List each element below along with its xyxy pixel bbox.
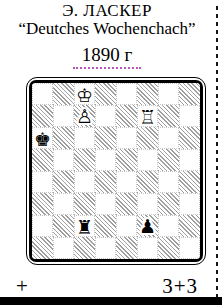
square-g8[interactable] (158, 83, 179, 105)
black-pawn-piece[interactable]: ♟ (137, 215, 158, 237)
square-g3[interactable] (158, 193, 179, 215)
square-e1[interactable] (116, 237, 137, 259)
square-a7[interactable] (32, 105, 53, 127)
square-d4[interactable] (95, 171, 116, 193)
square-g2[interactable] (158, 215, 179, 237)
square-b7[interactable] (53, 105, 74, 127)
square-a3[interactable] (32, 193, 53, 215)
square-a4[interactable] (32, 171, 53, 193)
square-d5[interactable] (95, 149, 116, 171)
square-c6[interactable] (74, 127, 95, 149)
square-b2[interactable] (53, 215, 74, 237)
square-a1[interactable] (32, 237, 53, 259)
square-d3[interactable] (95, 193, 116, 215)
black-king-piece[interactable]: ♚ (33, 128, 52, 148)
square-b8[interactable] (53, 83, 74, 105)
square-f1[interactable] (137, 237, 158, 259)
square-d2[interactable] (95, 215, 116, 237)
square-c5[interactable] (74, 149, 95, 171)
publication-source: “Deutches Wochenchach” (0, 19, 214, 39)
square-c1[interactable] (74, 237, 95, 259)
square-f3[interactable] (137, 193, 158, 215)
chess-board-border: ♔♙♖♚♜♟ (29, 80, 203, 262)
square-b1[interactable] (53, 237, 74, 259)
square-g7[interactable] (158, 105, 179, 127)
material-count: 3+3 (162, 274, 198, 299)
square-f2[interactable]: ♟ (137, 215, 158, 237)
square-f6[interactable] (137, 127, 158, 149)
publication-year-line: 1890 г (0, 44, 214, 69)
white-rook-piece[interactable]: ♖ (138, 106, 157, 126)
square-d7[interactable] (95, 105, 116, 127)
square-h8[interactable] (179, 83, 200, 105)
page-cut-dashed-line (216, 6, 218, 298)
square-g1[interactable] (158, 237, 179, 259)
square-e4[interactable] (116, 171, 137, 193)
square-f7[interactable]: ♖ (137, 105, 158, 127)
square-h1[interactable] (179, 237, 200, 259)
square-e5[interactable] (116, 149, 137, 171)
square-c4[interactable] (74, 171, 95, 193)
square-e8[interactable] (116, 83, 137, 105)
square-h2[interactable] (179, 215, 200, 237)
square-a6[interactable]: ♚ (32, 127, 53, 149)
square-c8[interactable]: ♔ (74, 83, 95, 105)
square-f4[interactable] (137, 171, 158, 193)
chess-diagram-page: Э. ЛАСКЕР “Deutches Wochenchach” 1890 г … (0, 0, 222, 305)
composer-name: Э. ЛАСКЕР (0, 1, 214, 21)
square-a8[interactable] (32, 83, 53, 105)
square-b4[interactable] (53, 171, 74, 193)
square-a2[interactable] (32, 215, 53, 237)
square-c7[interactable]: ♙ (74, 105, 95, 127)
square-h6[interactable] (179, 127, 200, 149)
square-a5[interactable] (32, 149, 53, 171)
square-h3[interactable] (179, 193, 200, 215)
square-f5[interactable] (137, 149, 158, 171)
square-b5[interactable] (53, 149, 74, 171)
publication-year: 1890 г (73, 44, 142, 69)
square-h5[interactable] (179, 149, 200, 171)
square-d1[interactable] (95, 237, 116, 259)
square-f8[interactable] (137, 83, 158, 105)
square-e3[interactable] (116, 193, 137, 215)
square-e7[interactable] (116, 105, 137, 127)
white-pawn-piece[interactable]: ♙ (74, 105, 95, 127)
square-h4[interactable] (179, 171, 200, 193)
chess-board[interactable]: ♔♙♖♚♜♟ (32, 83, 200, 259)
square-g5[interactable] (158, 149, 179, 171)
square-d8[interactable] (95, 83, 116, 105)
square-g6[interactable] (158, 127, 179, 149)
black-rook-piece[interactable]: ♜ (75, 216, 94, 236)
page-bottom-rule (0, 297, 222, 305)
square-g4[interactable] (158, 171, 179, 193)
chess-board-frame: ♔♙♖♚♜♟ (26, 77, 206, 265)
square-b6[interactable] (53, 127, 74, 149)
square-c2[interactable]: ♜ (74, 215, 95, 237)
square-c3[interactable] (74, 193, 95, 215)
square-d6[interactable] (95, 127, 116, 149)
square-h7[interactable] (179, 105, 200, 127)
stipulation-white-wins: + (16, 274, 28, 299)
white-king-piece[interactable]: ♔ (75, 84, 94, 104)
square-b3[interactable] (53, 193, 74, 215)
square-e6[interactable] (116, 127, 137, 149)
square-e2[interactable] (116, 215, 137, 237)
